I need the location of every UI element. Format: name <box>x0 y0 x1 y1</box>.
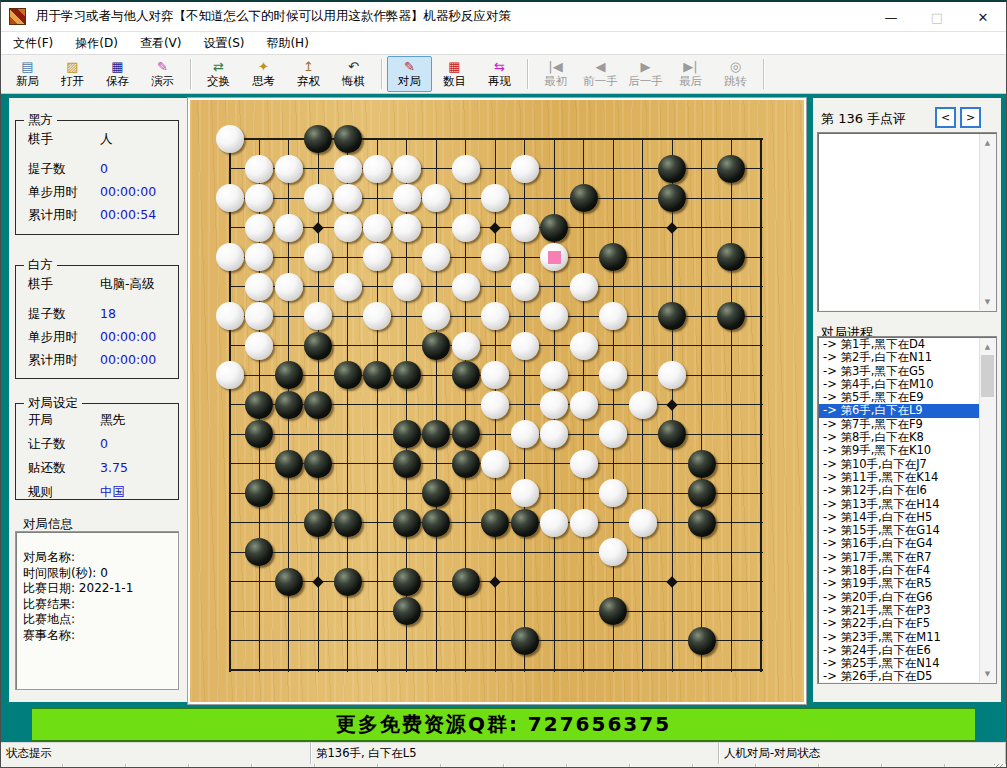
toolbar-button-对局[interactable]: ✎对局 <box>387 56 432 92</box>
toolbar-button-label: 打开 <box>61 75 84 88</box>
white-stone-N7 <box>599 302 627 330</box>
status-grid-strip <box>1 764 1006 768</box>
move-list-item[interactable]: -> 第12手,白下在I6 <box>819 484 979 497</box>
toolbar-group-0: ▤新局▨打开▦保存✎演示 <box>5 56 185 92</box>
white-stone-G2 <box>393 155 421 183</box>
toolbar-button-交换[interactable]: ⇄交换 <box>196 56 241 92</box>
black-stone-G17 <box>393 597 421 625</box>
move-list-item[interactable]: -> 第11手,黑下在K14 <box>819 471 979 484</box>
black-stone-I12 <box>452 450 480 478</box>
go-board[interactable] <box>190 100 804 702</box>
move-list-item[interactable]: -> 第24手,白下在E6 <box>819 644 979 657</box>
save-floppy-icon: ▦ <box>111 60 123 75</box>
maximize-button[interactable]: □ <box>914 2 960 32</box>
groupbox-title: 对局设定 <box>24 395 82 412</box>
toolbar-button-前一手[interactable]: ◀前一手 <box>578 56 623 92</box>
toolbar-button-label: 最初 <box>544 75 567 88</box>
groupbox-title: 黑方 <box>24 112 57 129</box>
white-stone-C6 <box>275 273 303 301</box>
count-icon: ▦ <box>448 60 460 75</box>
white-stone-L10 <box>540 391 568 419</box>
star-point <box>666 222 677 233</box>
toolbar-button-label: 保存 <box>106 75 129 88</box>
move-list-item[interactable]: -> 第7手,黑下在F9 <box>819 418 979 431</box>
white-stone-C2 <box>275 155 303 183</box>
white-stone-K11 <box>511 420 539 448</box>
toolbar-button-label: 弃权 <box>297 75 320 88</box>
move-list-item[interactable]: -> 第18手,白下在F4 <box>819 564 979 577</box>
black-stone-L4 <box>540 214 568 242</box>
left-info-panel: 黑方棋手人提子数0单步用时00:00:00累计用时00:00:54白方棋手电脑-… <box>9 98 187 702</box>
swap-icon: ⇄ <box>213 60 224 75</box>
menu-item-4[interactable]: 帮助(H) <box>256 32 318 55</box>
groupbox-对局设定: 对局设定开局黑先让子数0贴还数3.75规则中国 <box>15 403 179 500</box>
toolbar-button-label: 演示 <box>151 75 174 88</box>
comment-scrollbar[interactable]: ▲ ▼ <box>979 134 995 310</box>
black-stone-B15 <box>245 538 273 566</box>
white-stone-E6 <box>334 273 362 301</box>
move-list-item[interactable]: -> 第21手,黑下在P3 <box>819 604 979 617</box>
stat-row-开局: 开局黑先 <box>28 412 170 429</box>
black-stone-B13 <box>245 479 273 507</box>
black-stone-Q12 <box>688 450 716 478</box>
black-stone-G14 <box>393 509 421 537</box>
move-list-item[interactable]: -> 第13手,黑下在H14 <box>819 498 979 511</box>
close-button[interactable]: ✕ <box>960 2 1006 32</box>
stat-value: 3.75 <box>100 460 128 477</box>
move-list-scrollbar[interactable]: ▲ ▼ <box>979 338 995 682</box>
grid-line-v <box>229 139 231 672</box>
white-stone-I4 <box>452 214 480 242</box>
player-label: 棋手 <box>28 276 100 293</box>
info-line: 时间限制(秒): 0 <box>16 566 178 582</box>
info-line: 比赛地点: <box>16 612 178 628</box>
white-stone-G4 <box>393 214 421 242</box>
toolbar-group-2: ✎对局▦数目⇆再现 <box>387 56 522 92</box>
play-game-icon: ✎ <box>404 60 415 75</box>
white-stone-A3 <box>216 184 244 212</box>
scroll-up-icon[interactable]: ▲ <box>980 339 995 354</box>
title-bar: 用于学习或者与他人对弈【不知道怎么下的时候可以用用这款作弊器】机器秒反应对策 —… <box>1 2 1006 32</box>
black-stone-E14 <box>334 509 362 537</box>
black-stone-R7 <box>717 302 745 330</box>
promo-banner: 更多免费资源Q群: 727656375 <box>31 708 976 741</box>
white-stone-B5 <box>245 243 273 271</box>
scroll-down-icon[interactable]: ▼ <box>980 294 995 309</box>
comment-suffix: 手点评 <box>867 111 906 126</box>
white-stone-N13 <box>599 479 627 507</box>
window-title: 用于学习或者与他人对弈【不知道怎么下的时候可以用用这款作弊器】机器秒反应对策 <box>36 8 511 25</box>
status-section-2: 人机对局-对局状态 <box>719 743 1006 764</box>
white-stone-K13 <box>511 479 539 507</box>
move-list-item[interactable]: -> 第3手,黑下在G5 <box>819 365 979 378</box>
move-list-item[interactable]: -> 第9手,黑下在K10 <box>819 444 979 457</box>
white-stone-I6 <box>452 273 480 301</box>
move-list-item[interactable]: -> 第1手,黑下在D4 <box>819 338 979 351</box>
white-stone-H7 <box>422 302 450 330</box>
black-stone-R5 <box>717 243 745 271</box>
stat-label: 规则 <box>28 484 100 501</box>
stat-value: 00:00:54 <box>100 207 156 224</box>
white-stone-O10 <box>629 391 657 419</box>
black-stone-B11 <box>245 420 273 448</box>
white-stone-K6 <box>511 273 539 301</box>
comment-next-button[interactable]: > <box>960 107 981 128</box>
comment-textbox[interactable]: ▲ ▼ <box>817 132 997 312</box>
stat-row-贴还数: 贴还数3.75 <box>28 460 170 477</box>
player-value: 人 <box>100 131 113 148</box>
white-stone-P9 <box>658 361 686 389</box>
black-stone-G12 <box>393 450 421 478</box>
toolbar-group-3: |◀最初◀前一手▶后一手▶|最后◎跳转 <box>533 56 758 92</box>
toolbar-button-保存[interactable]: ▦保存 <box>95 56 140 92</box>
black-stone-C10 <box>275 391 303 419</box>
toolbar-button-label: 数目 <box>443 75 466 88</box>
app-icon <box>9 8 26 25</box>
white-stone-F5 <box>363 243 391 271</box>
info-line: 比赛结果: <box>16 597 178 613</box>
toolbar-separator <box>190 59 191 89</box>
black-stone-R2 <box>717 155 745 183</box>
white-stone-D5 <box>304 243 332 271</box>
white-stone-M10 <box>570 391 598 419</box>
stat-value: 00:00:00 <box>100 352 156 369</box>
black-stone-B10 <box>245 391 273 419</box>
toolbar-button-打开[interactable]: ▨打开 <box>50 56 95 92</box>
groupbox-黑方: 黑方棋手人提子数0单步用时00:00:00累计用时00:00:54 <box>15 120 179 235</box>
grid-line-v <box>760 139 762 672</box>
black-stone-H14 <box>422 509 450 537</box>
toolbar-button-思考[interactable]: ✦思考 <box>241 56 286 92</box>
black-stone-E16 <box>334 568 362 596</box>
grid-line-h <box>230 552 763 553</box>
white-stone-B2 <box>245 155 273 183</box>
grid-line-h <box>230 611 763 612</box>
black-stone-I16 <box>452 568 480 596</box>
undo-icon: ↶ <box>348 60 359 75</box>
move-list-items: -> 第1手,黑下在D4-> 第2手,白下在N11-> 第3手,黑下在G5-> … <box>819 338 979 682</box>
grid-line-h <box>230 493 763 494</box>
black-stone-F9 <box>363 361 391 389</box>
white-stone-K2 <box>511 155 539 183</box>
prev-move-icon: ◀ <box>596 60 606 75</box>
stat-label: 让子数 <box>28 436 100 453</box>
stat-row-提子数: 提子数18 <box>28 306 170 323</box>
pass-icon: ↥ <box>303 60 314 75</box>
status-bar: 状态提示第136手, 白下在L5人机对局-对局状态 <box>1 742 1006 764</box>
black-stone-H8 <box>422 332 450 360</box>
stat-label: 开局 <box>28 412 100 429</box>
comment-prefix: 第 <box>821 111 834 126</box>
white-stone-K4 <box>511 214 539 242</box>
grid-line-v <box>731 139 732 672</box>
black-stone-G9 <box>393 361 421 389</box>
toolbar-button-label: 跳转 <box>724 75 747 88</box>
move-list-item[interactable]: -> 第15手,黑下在G14 <box>819 524 979 537</box>
comment-prev-button[interactable]: < <box>935 107 956 128</box>
menu-item-0[interactable]: 文件(F) <box>3 32 63 55</box>
game-info-box: 对局名称:时间限制(秒): 0比赛日期: 2022-1-1比赛结果:比赛地点:赛… <box>15 531 179 690</box>
toolbar-button-悔棋[interactable]: ↶悔棋 <box>331 56 376 92</box>
white-stone-J9 <box>481 361 509 389</box>
white-stone-B7 <box>245 302 273 330</box>
comment-move-number: 136 <box>838 111 863 126</box>
white-stone-A7 <box>216 302 244 330</box>
next-move-icon: ▶ <box>641 60 651 75</box>
star-point <box>489 222 500 233</box>
grid-line-v <box>613 139 614 672</box>
groupbox-白方: 白方棋手电脑-高级提子数18单步用时00:00:00累计用时00:00:00 <box>15 265 179 379</box>
right-panel: 第 136 手点评 < > ▲ ▼ 对局进程 -> 第1手,黑下在D4-> 第2… <box>813 98 1001 702</box>
move-list-item[interactable]: -> 第20手,白下在G6 <box>819 591 979 604</box>
scroll-down-icon[interactable]: ▼ <box>980 666 995 681</box>
stat-row-规则: 规则中国 <box>28 484 170 501</box>
black-stone-C16 <box>275 568 303 596</box>
move-list-item[interactable]: -> 第19手,黑下在R5 <box>819 577 979 590</box>
stat-row-累计用时: 累计用时00:00:00 <box>28 352 170 369</box>
white-stone-J5 <box>481 243 509 271</box>
last-move-marker <box>548 251 561 264</box>
black-stone-D12 <box>304 450 332 478</box>
stat-label: 单步用时 <box>28 329 100 346</box>
toolbar-button-最后[interactable]: ▶|最后 <box>668 56 713 92</box>
toolbar-separator <box>381 59 382 89</box>
white-stone-J3 <box>481 184 509 212</box>
player-value: 电脑-高级 <box>100 276 155 293</box>
grid-line-h <box>230 286 763 287</box>
stat-row-单步用时: 单步用时00:00:00 <box>28 329 170 346</box>
black-stone-N5 <box>599 243 627 271</box>
demo-icon: ✎ <box>157 60 168 75</box>
star-point <box>666 399 677 410</box>
black-stone-D14 <box>304 509 332 537</box>
move-list-item[interactable]: -> 第23手,黑下在M11 <box>819 631 979 644</box>
white-stone-A5 <box>216 243 244 271</box>
toolbar-button-最初[interactable]: |◀最初 <box>533 56 578 92</box>
white-stone-N15 <box>599 538 627 566</box>
toolbar-button-label: 新局 <box>16 75 39 88</box>
black-stone-K18 <box>511 627 539 655</box>
stat-row-让子数: 让子数0 <box>28 436 170 453</box>
grid-line-h <box>230 640 763 641</box>
toolbar-button-演示[interactable]: ✎演示 <box>140 56 185 92</box>
status-section-0: 状态提示 <box>1 743 311 764</box>
white-stone-M14 <box>570 509 598 537</box>
white-stone-L9 <box>540 361 568 389</box>
white-stone-E3 <box>334 184 362 212</box>
stat-row-累计用时: 累计用时00:00:54 <box>28 207 170 224</box>
black-stone-N17 <box>599 597 627 625</box>
white-stone-N9 <box>599 361 627 389</box>
toolbar-button-新局[interactable]: ▤新局 <box>5 56 50 92</box>
move-list-item[interactable]: -> 第26手,白下在D5 <box>819 670 979 682</box>
black-stone-D1 <box>304 125 332 153</box>
move-list-item[interactable]: -> 第10手,白下在J7 <box>819 458 979 471</box>
toolbar-button-label: 后一手 <box>628 75 663 88</box>
toolbar-button-label: 前一手 <box>583 75 618 88</box>
stat-row-单步用时: 单步用时00:00:00 <box>28 184 170 201</box>
white-stone-M6 <box>570 273 598 301</box>
jump-icon: ◎ <box>730 60 741 75</box>
comment-header: 第 136 手点评 <box>821 110 906 128</box>
toolbar-button-label: 悔棋 <box>342 75 365 88</box>
white-stone-L14 <box>540 509 568 537</box>
black-stone-Q18 <box>688 627 716 655</box>
black-stone-Q14 <box>688 509 716 537</box>
star-point <box>489 576 500 587</box>
toolbar-button-跳转[interactable]: ◎跳转 <box>713 56 758 92</box>
info-line: 赛事名称: <box>16 628 178 644</box>
info-line: 比赛日期: 2022-1-1 <box>16 581 178 597</box>
move-list-item[interactable]: -> 第6手,白下在L9 <box>819 404 979 417</box>
menu-bar: 文件(F)操作(D)查看(V)设置(S)帮助(H) <box>1 32 1006 55</box>
black-stone-C12 <box>275 450 303 478</box>
black-stone-G11 <box>393 420 421 448</box>
white-stone-L5 <box>540 243 568 271</box>
white-stone-D3 <box>304 184 332 212</box>
stat-label: 提子数 <box>28 161 100 178</box>
player-row: 棋手电脑-高级 <box>28 276 170 293</box>
white-stone-B4 <box>245 214 273 242</box>
groupbox-title: 白方 <box>24 257 57 274</box>
stat-value: 00:00:00 <box>100 329 156 346</box>
white-stone-G3 <box>393 184 421 212</box>
info-line: 对局名称: <box>16 550 178 566</box>
stat-value: 黑先 <box>100 412 125 429</box>
white-stone-H3 <box>422 184 450 212</box>
black-stone-K14 <box>511 509 539 537</box>
white-stone-K8 <box>511 332 539 360</box>
black-stone-Q13 <box>688 479 716 507</box>
black-stone-J14 <box>481 509 509 537</box>
open-folder-icon: ▨ <box>66 60 78 75</box>
white-stone-M12 <box>570 450 598 478</box>
stat-value: 00:00:00 <box>100 184 156 201</box>
move-list-item[interactable]: -> 第17手,黑下在R7 <box>819 551 979 564</box>
grid-line-h <box>230 669 763 671</box>
stat-label: 累计用时 <box>28 352 100 369</box>
move-list[interactable]: -> 第1手,黑下在D4-> 第2手,白下在N11-> 第3手,黑下在G5-> … <box>817 336 997 684</box>
black-stone-H13 <box>422 479 450 507</box>
black-stone-D10 <box>304 391 332 419</box>
minimize-button[interactable]: — <box>868 2 914 32</box>
white-stone-L11 <box>540 420 568 448</box>
scroll-up-icon[interactable]: ▲ <box>980 135 995 150</box>
black-stone-C9 <box>275 361 303 389</box>
new-game-icon: ▤ <box>21 60 33 75</box>
black-stone-P7 <box>658 302 686 330</box>
white-stone-E2 <box>334 155 362 183</box>
toolbar: ▤新局▨打开▦保存✎演示⇄交换✦思考↥弃权↶悔棋✎对局▦数目⇆再现|◀最初◀前一… <box>1 55 1006 94</box>
black-stone-I9 <box>452 361 480 389</box>
board-panel <box>187 97 807 705</box>
black-stone-P3 <box>658 184 686 212</box>
grid-line-v <box>436 139 437 672</box>
star-point <box>312 576 323 587</box>
toolbar-button-label: 对局 <box>398 75 421 88</box>
black-stone-I11 <box>452 420 480 448</box>
black-stone-H11 <box>422 420 450 448</box>
stat-label: 累计用时 <box>28 207 100 224</box>
white-stone-G6 <box>393 273 421 301</box>
menu-item-1[interactable]: 操作(D) <box>65 32 128 55</box>
white-stone-M8 <box>570 332 598 360</box>
toolbar-separator <box>763 59 764 89</box>
stat-value: 中国 <box>100 484 125 501</box>
move-list-item[interactable]: -> 第5手,黑下在E9 <box>819 391 979 404</box>
white-stone-C4 <box>275 214 303 242</box>
menu-item-3[interactable]: 设置(S) <box>193 32 254 55</box>
move-list-item[interactable]: -> 第22手,白下在F5 <box>819 617 979 630</box>
white-stone-J12 <box>481 450 509 478</box>
toolbar-button-label: 思考 <box>252 75 275 88</box>
white-stone-J7 <box>481 302 509 330</box>
toolbar-button-再现[interactable]: ⇆再现 <box>477 56 522 92</box>
move-list-item[interactable]: -> 第8手,白下在K8 <box>819 431 979 444</box>
toolbar-button-数目[interactable]: ▦数目 <box>432 56 477 92</box>
resize-grip[interactable] <box>994 764 1004 768</box>
white-stone-B6 <box>245 273 273 301</box>
stat-value: 0 <box>100 436 108 453</box>
white-stone-N11 <box>599 420 627 448</box>
white-stone-O14 <box>629 509 657 537</box>
last-move-icon: ▶| <box>683 60 697 75</box>
black-stone-E9 <box>334 361 362 389</box>
stat-row-提子数: 提子数0 <box>28 161 170 178</box>
white-stone-I2 <box>452 155 480 183</box>
white-stone-A1 <box>216 125 244 153</box>
white-stone-L7 <box>540 302 568 330</box>
black-stone-P2 <box>658 155 686 183</box>
black-stone-D8 <box>304 332 332 360</box>
toolbar-button-后一手[interactable]: ▶后一手 <box>623 56 668 92</box>
move-list-item[interactable]: -> 第14手,白下在H5 <box>819 511 979 524</box>
star-point <box>666 576 677 587</box>
go-app-window: { "window": { "title": "用于学习或者与他人对弈【不知道怎… <box>0 0 1007 768</box>
replay-icon: ⇆ <box>494 60 505 75</box>
white-stone-F2 <box>363 155 391 183</box>
toolbar-button-label: 再现 <box>488 75 511 88</box>
white-stone-E4 <box>334 214 362 242</box>
toolbar-button-label: 最后 <box>679 75 702 88</box>
menu-item-2[interactable]: 查看(V) <box>130 32 192 55</box>
player-label: 棋手 <box>28 131 100 148</box>
player-row: 棋手人 <box>28 131 170 148</box>
white-stone-F7 <box>363 302 391 330</box>
toolbar-separator <box>527 59 528 89</box>
toolbar-button-弃权[interactable]: ↥弃权 <box>286 56 331 92</box>
move-list-item[interactable]: -> 第2手,白下在N11 <box>819 351 979 364</box>
white-stone-J10 <box>481 391 509 419</box>
move-list-item[interactable]: -> 第16手,白下在G4 <box>819 537 979 550</box>
stat-label: 贴还数 <box>28 460 100 477</box>
stat-value: 0 <box>100 161 108 178</box>
move-list-item[interactable]: -> 第25手,黑下在N14 <box>819 657 979 670</box>
white-stone-D7 <box>304 302 332 330</box>
black-stone-P11 <box>658 420 686 448</box>
stat-value: 18 <box>100 306 116 323</box>
toolbar-button-label: 交换 <box>207 75 230 88</box>
move-list-item[interactable]: -> 第4手,白下在M10 <box>819 378 979 391</box>
stat-label: 提子数 <box>28 306 100 323</box>
think-key-icon: ✦ <box>258 60 269 75</box>
status-section-1: 第136手, 白下在L5 <box>311 743 719 764</box>
white-stone-B8 <box>245 332 273 360</box>
stat-label: 单步用时 <box>28 184 100 201</box>
scrollbar-thumb[interactable] <box>981 355 994 397</box>
white-stone-A9 <box>216 361 244 389</box>
grid-line-v <box>701 139 702 672</box>
